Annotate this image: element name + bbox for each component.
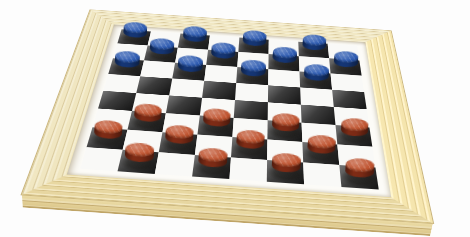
checker-red[interactable] [344,157,374,178]
checker-red[interactable] [271,152,301,173]
square-r8c5[interactable] [229,157,267,181]
square-r5c3[interactable] [166,95,202,115]
square-r6c8[interactable] [335,125,372,147]
checker-red[interactable] [164,124,193,144]
square-r4c7[interactable] [300,88,334,107]
square-r4c6[interactable] [268,85,301,104]
square-r6c4[interactable] [197,116,233,137]
square-r8c3[interactable] [155,152,195,176]
square-r1c1[interactable] [117,29,151,45]
board-sheet [67,25,391,198]
square-r8c1[interactable] [80,147,122,171]
square-r8c7[interactable] [303,162,341,186]
checker-blue[interactable] [123,21,148,38]
square-r4c3[interactable] [169,79,204,98]
square-r5c1[interactable] [98,91,136,111]
wooden-frame [22,10,433,223]
checker-blue[interactable] [114,50,140,68]
checker-red[interactable] [307,134,336,154]
checker-blue[interactable] [149,37,174,54]
checker-red[interactable] [197,147,227,168]
checker-blue[interactable] [182,25,207,42]
checker-blue[interactable] [210,42,235,59]
square-r6c6[interactable] [267,120,302,142]
checker-blue[interactable] [333,50,358,67]
checker-blue[interactable] [303,63,329,81]
checker-blue[interactable] [302,34,327,51]
square-r7c7[interactable] [302,142,339,165]
checker-red[interactable] [271,112,299,132]
checker-red[interactable] [133,103,161,123]
checkers-set [22,10,433,223]
square-r4c1[interactable] [103,74,140,93]
square-r7c3[interactable] [159,132,198,155]
square-r5c5[interactable] [234,100,268,120]
square-r7c5[interactable] [231,137,267,160]
checker-red[interactable] [340,117,368,137]
square-r3c1[interactable] [108,58,144,76]
square-r5c7[interactable] [301,105,336,125]
board-grid [80,29,379,189]
square-r8c2[interactable] [118,150,159,174]
checker-red[interactable] [124,142,154,163]
square-r8c8[interactable] [339,165,378,190]
square-r8c4[interactable] [192,155,231,179]
checker-red[interactable] [202,107,230,127]
checker-red[interactable] [235,129,264,149]
checker-blue[interactable] [240,59,266,77]
square-r3c8[interactable] [331,74,365,92]
square-r6c2[interactable] [127,111,165,132]
square-r8c6[interactable] [267,160,304,184]
square-r1c5[interactable] [238,38,268,54]
checker-red[interactable] [93,119,122,139]
square-r3c6[interactable] [268,69,300,87]
checker-blue[interactable] [272,46,297,63]
square-r3c7[interactable] [299,71,332,89]
photo-scene [0,0,470,237]
square-r7c1[interactable] [87,127,128,150]
checker-blue[interactable] [177,55,203,73]
checker-blue[interactable] [242,29,267,46]
